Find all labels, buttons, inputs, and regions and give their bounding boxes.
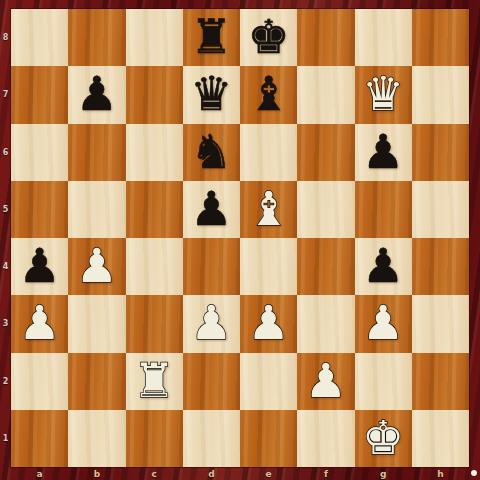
rank-label-3: 3	[0, 295, 11, 352]
rank-labels: 8 7 6 5 4 3 2 1	[0, 9, 11, 467]
square-b2[interactable]	[68, 353, 125, 410]
square-f5[interactable]	[297, 181, 354, 238]
square-b5[interactable]	[68, 181, 125, 238]
file-label-b: b	[68, 467, 125, 480]
file-label-h: h	[412, 467, 469, 480]
square-g6[interactable]: ♟	[355, 124, 412, 181]
square-c7[interactable]	[126, 66, 183, 123]
piece-black-pawn[interactable]: ♟	[190, 185, 232, 232]
square-h7[interactable]	[412, 66, 469, 123]
rank-label-6: 6	[0, 124, 11, 181]
square-c5[interactable]	[126, 181, 183, 238]
square-f2[interactable]: ♟	[297, 353, 354, 410]
square-f1[interactable]	[297, 410, 354, 467]
piece-black-knight[interactable]: ♞	[190, 128, 232, 175]
piece-white-pawn[interactable]: ♟	[190, 299, 232, 346]
square-e3[interactable]: ♟	[240, 295, 297, 352]
square-h1[interactable]	[412, 410, 469, 467]
file-label-c: c	[126, 467, 183, 480]
square-h6[interactable]	[412, 124, 469, 181]
square-g5[interactable]	[355, 181, 412, 238]
piece-black-pawn[interactable]: ♟	[362, 242, 404, 289]
piece-white-pawn[interactable]: ♟	[76, 242, 118, 289]
piece-white-pawn[interactable]: ♟	[19, 299, 61, 346]
file-label-g: g	[355, 467, 412, 480]
file-label-d: d	[183, 467, 240, 480]
square-h8[interactable]	[412, 9, 469, 66]
square-e8[interactable]: ♚	[240, 9, 297, 66]
square-f4[interactable]	[297, 238, 354, 295]
square-d3[interactable]: ♟	[183, 295, 240, 352]
square-b6[interactable]	[68, 124, 125, 181]
square-h4[interactable]	[412, 238, 469, 295]
square-f6[interactable]	[297, 124, 354, 181]
square-g3[interactable]: ♟	[355, 295, 412, 352]
piece-black-rook[interactable]: ♜	[190, 13, 232, 60]
square-e2[interactable]	[240, 353, 297, 410]
piece-white-bishop[interactable]: ♝	[248, 185, 290, 232]
square-d8[interactable]: ♜	[183, 9, 240, 66]
white-to-move-indicator-dot	[471, 470, 477, 476]
square-c3[interactable]	[126, 295, 183, 352]
square-a4[interactable]: ♟	[11, 238, 68, 295]
piece-white-pawn[interactable]: ♟	[248, 299, 290, 346]
square-c2[interactable]: ♜	[126, 353, 183, 410]
board: ♜♚♟♛♝♛♞♟♟♝♟♟♟♟♟♟♟♜♟♚	[11, 9, 469, 467]
square-b3[interactable]	[68, 295, 125, 352]
square-g7[interactable]: ♛	[355, 66, 412, 123]
file-label-e: e	[240, 467, 297, 480]
square-d1[interactable]	[183, 410, 240, 467]
file-labels: a b c d e f g h	[11, 467, 469, 480]
square-d4[interactable]	[183, 238, 240, 295]
rank-label-5: 5	[0, 181, 11, 238]
piece-black-pawn[interactable]: ♟	[76, 70, 118, 117]
square-g8[interactable]	[355, 9, 412, 66]
square-d2[interactable]	[183, 353, 240, 410]
square-d7[interactable]: ♛	[183, 66, 240, 123]
square-g1[interactable]: ♚	[355, 410, 412, 467]
piece-black-queen[interactable]: ♛	[190, 70, 232, 117]
square-h2[interactable]	[412, 353, 469, 410]
square-f8[interactable]	[297, 9, 354, 66]
square-g2[interactable]	[355, 353, 412, 410]
file-label-f: f	[297, 467, 354, 480]
file-label-a: a	[11, 467, 68, 480]
piece-black-bishop[interactable]: ♝	[248, 70, 290, 117]
square-b4[interactable]: ♟	[68, 238, 125, 295]
rank-label-8: 8	[0, 9, 11, 66]
square-b1[interactable]	[68, 410, 125, 467]
square-h3[interactable]	[412, 295, 469, 352]
square-e1[interactable]	[240, 410, 297, 467]
square-d5[interactable]: ♟	[183, 181, 240, 238]
chess-board-frame: 8 7 6 5 4 3 2 1 ♜♚♟♛♝♛♞♟♟♝♟♟♟♟♟♟♟♜♟♚ a b…	[0, 0, 480, 480]
square-e5[interactable]: ♝	[240, 181, 297, 238]
rank-label-1: 1	[0, 410, 11, 467]
square-c4[interactable]	[126, 238, 183, 295]
piece-white-queen[interactable]: ♛	[362, 70, 404, 117]
piece-white-rook[interactable]: ♜	[133, 357, 175, 404]
square-a6[interactable]	[11, 124, 68, 181]
square-b7[interactable]: ♟	[68, 66, 125, 123]
square-a3[interactable]: ♟	[11, 295, 68, 352]
square-a2[interactable]	[11, 353, 68, 410]
square-h5[interactable]	[412, 181, 469, 238]
square-d6[interactable]: ♞	[183, 124, 240, 181]
square-a7[interactable]	[11, 66, 68, 123]
piece-black-king[interactable]: ♚	[248, 13, 290, 60]
square-c1[interactable]	[126, 410, 183, 467]
square-e7[interactable]: ♝	[240, 66, 297, 123]
piece-white-pawn[interactable]: ♟	[305, 357, 347, 404]
square-a1[interactable]	[11, 410, 68, 467]
square-f3[interactable]	[297, 295, 354, 352]
piece-white-pawn[interactable]: ♟	[362, 299, 404, 346]
square-e6[interactable]	[240, 124, 297, 181]
piece-white-king[interactable]: ♚	[362, 414, 404, 461]
piece-black-pawn[interactable]: ♟	[19, 242, 61, 289]
square-c6[interactable]	[126, 124, 183, 181]
rank-label-2: 2	[0, 353, 11, 410]
square-c8[interactable]	[126, 9, 183, 66]
square-b8[interactable]	[68, 9, 125, 66]
square-a8[interactable]	[11, 9, 68, 66]
square-f7[interactable]	[297, 66, 354, 123]
rank-label-7: 7	[0, 66, 11, 123]
square-a5[interactable]	[11, 181, 68, 238]
square-g4[interactable]: ♟	[355, 238, 412, 295]
piece-black-pawn[interactable]: ♟	[362, 128, 404, 175]
rank-label-4: 4	[0, 238, 11, 295]
square-e4[interactable]	[240, 238, 297, 295]
